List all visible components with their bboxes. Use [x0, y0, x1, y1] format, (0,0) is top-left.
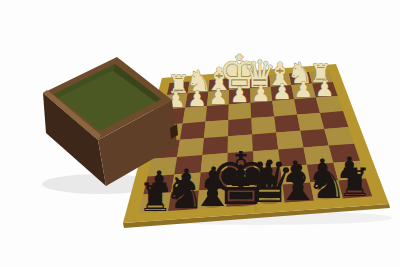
- square-b4: [297, 113, 324, 131]
- square-c4: [274, 115, 300, 133]
- square-b5: [300, 129, 329, 148]
- white-pawn-c2: ♟: [272, 79, 291, 104]
- square-g5: [177, 138, 204, 157]
- white-pawn-a2: ♟: [315, 76, 334, 101]
- square-c5: [276, 131, 303, 150]
- white-pawn-g2: ♟: [187, 86, 206, 111]
- square-d4: [251, 116, 276, 134]
- square-g4: [180, 122, 206, 140]
- white-pawn-e2: ♟: [230, 82, 249, 107]
- white-pawn-d2: ♟: [251, 81, 270, 106]
- black-rook-a8: ♜: [337, 160, 372, 205]
- scene-svg: ♜♞♝♚♛♝♞♜♟♟♟♟♟♟♟♟♟♟♟♟♟♟♟♟♜♞♝♚♛♝♞♜: [0, 0, 400, 267]
- white-pawn-f2: ♟: [209, 84, 228, 109]
- chess-set-photo: ♜♞♝♚♛♝♞♜♟♟♟♟♟♟♟♟♟♟♟♟♟♟♟♟♜♞♝♚♛♝♞♜: [0, 0, 400, 267]
- square-e4: [228, 118, 252, 136]
- white-pawn-b2: ♟: [294, 77, 313, 102]
